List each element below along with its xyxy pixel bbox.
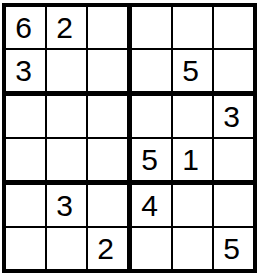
given-digit: 3 [223,102,240,132]
cell-r6c5-empty[interactable] [173,228,214,269]
cell-r1c6-empty[interactable] [214,7,253,50]
cell-r1c2-given: 2 [47,7,88,50]
cell-r6c1-empty[interactable] [6,228,47,269]
given-digit: 1 [182,145,199,175]
cell-r4c2-empty[interactable] [47,139,88,185]
given-digit: 4 [141,191,158,221]
cell-r2c1-given: 3 [6,50,47,96]
cell-r3c1-empty[interactable] [6,96,47,139]
cell-r4c4-given: 5 [132,139,173,185]
cell-r3c6-given: 3 [214,96,253,139]
cell-r5c6-empty[interactable] [214,185,253,228]
cell-r4c3-empty[interactable] [88,139,132,185]
cell-r4c1-empty[interactable] [6,139,47,185]
cell-r4c6-empty[interactable] [214,139,253,185]
given-digit: 5 [141,145,158,175]
cell-r6c6-given: 5 [214,228,253,269]
given-digit: 2 [56,13,73,43]
cell-r3c2-empty[interactable] [47,96,88,139]
given-digit: 5 [182,56,199,86]
cell-r6c2-empty[interactable] [47,228,88,269]
given-digit: 6 [15,13,32,43]
sudoku-board: 62353513425 [2,3,257,273]
cell-r5c3-empty[interactable] [88,185,132,228]
cell-r3c4-empty[interactable] [132,96,173,139]
cell-r1c5-empty[interactable] [173,7,214,50]
cell-r5c2-given: 3 [47,185,88,228]
cell-r2c6-empty[interactable] [214,50,253,96]
cell-r2c2-empty[interactable] [47,50,88,96]
given-digit: 3 [15,56,32,86]
cell-r6c4-empty[interactable] [132,228,173,269]
given-digit: 2 [97,234,114,264]
cell-r5c1-empty[interactable] [6,185,47,228]
cell-r1c3-empty[interactable] [88,7,132,50]
cell-r5c4-given: 4 [132,185,173,228]
cell-r5c5-empty[interactable] [173,185,214,228]
cell-r1c4-empty[interactable] [132,7,173,50]
cell-r2c4-empty[interactable] [132,50,173,96]
cell-r2c3-empty[interactable] [88,50,132,96]
cell-r3c3-empty[interactable] [88,96,132,139]
cell-r4c5-given: 1 [173,139,214,185]
cell-r3c5-empty[interactable] [173,96,214,139]
given-digit: 3 [56,191,73,221]
given-digit: 5 [223,234,240,264]
cell-r6c3-given: 2 [88,228,132,269]
cell-r1c1-given: 6 [6,7,47,50]
cell-r2c5-given: 5 [173,50,214,96]
